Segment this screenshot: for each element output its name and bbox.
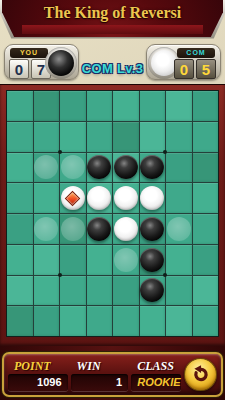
cell-e2[interactable] [113,122,139,152]
black-disc [140,155,164,179]
point-stat: POINT 1096 [8,359,68,391]
cell-h1[interactable] [193,91,219,121]
cell-d1[interactable] [87,91,113,121]
black-disc [140,248,164,272]
cell-h5[interactable] [193,214,219,244]
cell-b8[interactable] [34,306,60,336]
cell-b6[interactable] [34,245,60,275]
cell-e7[interactable] [113,276,139,306]
cell-d8[interactable] [87,306,113,336]
cell-b1[interactable] [34,91,60,121]
cell-c4[interactable] [60,183,86,213]
valid-move-hint[interactable] [167,217,191,241]
cell-a5[interactable] [7,214,33,244]
class-value: ROOKIE [131,374,181,391]
board-frame [0,84,225,346]
cell-f8[interactable] [140,306,166,336]
com-level-label: COM Lv.3 [0,61,225,76]
cell-a7[interactable] [7,276,33,306]
win-value: 1 [71,374,129,391]
win-stat: WIN 1 [71,359,129,391]
black-disc [140,217,164,241]
title-bar: The King of Reversi [0,0,225,40]
cell-g6[interactable] [166,245,192,275]
point-value: 1096 [8,374,68,391]
black-disc [87,155,111,179]
last-move-marker [65,190,81,206]
cell-c2[interactable] [60,122,86,152]
cell-f5[interactable] [140,214,166,244]
cell-d3[interactable] [87,153,113,183]
cell-c3[interactable] [60,153,86,183]
computer-name-badge: COM [177,48,215,58]
cell-c1[interactable] [60,91,86,121]
cell-g2[interactable] [166,122,192,152]
cell-b5[interactable] [34,214,60,244]
cell-a1[interactable] [7,91,33,121]
black-disc [114,155,138,179]
valid-move-hint[interactable] [114,248,138,272]
cell-c6[interactable] [60,245,86,275]
cell-d4[interactable] [87,183,113,213]
cell-h7[interactable] [193,276,219,306]
app-screen: The King of Reversi YOU 0 7 COM Lv.3 COM… [0,0,225,400]
cell-e3[interactable] [113,153,139,183]
black-disc [140,278,164,302]
cell-d7[interactable] [87,276,113,306]
board-grid [6,90,219,337]
cell-f4[interactable] [140,183,166,213]
cell-g8[interactable] [166,306,192,336]
cell-a6[interactable] [7,245,33,275]
class-label: CLASS [131,359,181,374]
black-disc [87,217,111,241]
cell-f2[interactable] [140,122,166,152]
white-disc [114,217,138,241]
valid-move-hint[interactable] [61,217,85,241]
cell-e4[interactable] [113,183,139,213]
white-disc-last-move [61,186,85,210]
cell-e8[interactable] [113,306,139,336]
cell-b7[interactable] [34,276,60,306]
undo-return-button[interactable] [184,358,217,391]
cell-g3[interactable] [166,153,192,183]
white-disc [140,186,164,210]
cell-f1[interactable] [140,91,166,121]
valid-move-hint[interactable] [61,155,85,179]
title-ribbon-band [22,25,203,34]
cell-h3[interactable] [193,153,219,183]
cell-a3[interactable] [7,153,33,183]
cell-g1[interactable] [166,91,192,121]
win-label: WIN [71,359,129,374]
class-stat: CLASS ROOKIE [131,359,181,391]
star-point [163,273,167,277]
cell-h4[interactable] [193,183,219,213]
cell-g5[interactable] [166,214,192,244]
star-point [58,150,62,154]
stats-panel: POINT 1096 WIN 1 CLASS ROOKIE [2,352,223,397]
cell-f3[interactable] [140,153,166,183]
point-label: POINT [8,359,68,374]
cell-b2[interactable] [34,122,60,152]
white-disc [114,186,138,210]
cell-e5[interactable] [113,214,139,244]
cell-f7[interactable] [140,276,166,306]
cell-a4[interactable] [7,183,33,213]
cell-c7[interactable] [60,276,86,306]
page-title: The King of Reversi [0,4,225,22]
cell-a8[interactable] [7,306,33,336]
cell-g4[interactable] [166,183,192,213]
cell-e1[interactable] [113,91,139,121]
valid-move-hint[interactable] [34,155,58,179]
star-point [58,273,62,277]
cell-d5[interactable] [87,214,113,244]
cell-c8[interactable] [60,306,86,336]
footer-background: POINT 1096 WIN 1 CLASS ROOKIE [0,346,225,400]
white-disc [87,186,111,210]
cell-g7[interactable] [166,276,192,306]
cell-h2[interactable] [193,122,219,152]
cell-b3[interactable] [34,153,60,183]
cell-d6[interactable] [87,245,113,275]
cell-d2[interactable] [87,122,113,152]
curved-return-arrow-icon [190,364,211,385]
cell-e6[interactable] [113,245,139,275]
cell-b4[interactable] [34,183,60,213]
score-hud: YOU 0 7 COM Lv.3 COM 0 5 [0,42,225,82]
cell-h8[interactable] [193,306,219,336]
cell-a2[interactable] [7,122,33,152]
star-point [163,150,167,154]
player-name-badge: YOU [10,48,48,58]
valid-move-hint[interactable] [34,217,58,241]
cell-h6[interactable] [193,245,219,275]
cell-f6[interactable] [140,245,166,275]
cell-c5[interactable] [60,214,86,244]
